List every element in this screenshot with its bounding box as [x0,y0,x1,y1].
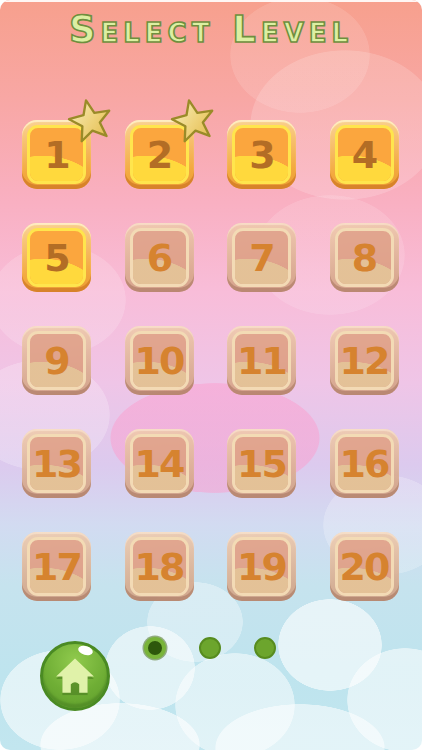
level-number: 14 [125,429,194,498]
level-button-2[interactable]: 2 [125,120,194,189]
level-grid: 1 2 34567891011121314151617181920 [22,120,399,601]
level-button-15[interactable]: 15 [227,429,296,498]
level-number: 12 [330,326,399,395]
level-button-4[interactable]: 4 [330,120,399,189]
page-dot-2[interactable] [199,637,221,659]
level-button-5[interactable]: 5 [22,223,91,292]
level-number: 20 [330,532,399,601]
level-button-7[interactable]: 7 [227,223,296,292]
page-dot-1-active[interactable] [144,637,166,659]
level-button-16[interactable]: 16 [330,429,399,498]
level-button-14[interactable]: 14 [125,429,194,498]
level-button-13[interactable]: 13 [22,429,91,498]
level-number: 5 [22,223,91,292]
level-number: 18 [125,532,194,601]
page-title: Select Level [0,8,422,51]
level-number: 10 [125,326,194,395]
screen-top-edge [0,0,422,2]
level-number: 3 [227,120,296,189]
page-dots [144,637,276,659]
level-number: 9 [22,326,91,395]
level-button-17[interactable]: 17 [22,532,91,601]
level-button-9[interactable]: 9 [22,326,91,395]
level-button-18[interactable]: 18 [125,532,194,601]
level-button-8[interactable]: 8 [330,223,399,292]
level-button-1[interactable]: 1 [22,120,91,189]
level-button-20[interactable]: 20 [330,532,399,601]
level-button-11[interactable]: 11 [227,326,296,395]
level-number: 16 [330,429,399,498]
level-button-3[interactable]: 3 [227,120,296,189]
level-number: 13 [22,429,91,498]
star-icon [165,94,221,150]
level-button-12[interactable]: 12 [330,326,399,395]
level-button-6[interactable]: 6 [125,223,194,292]
page-dot-3[interactable] [254,637,276,659]
level-number: 6 [125,223,194,292]
level-number: 8 [330,223,399,292]
home-icon [54,655,96,695]
star-icon [63,94,119,150]
home-button[interactable] [40,641,110,711]
level-button-10[interactable]: 10 [125,326,194,395]
level-number: 17 [22,532,91,601]
level-number: 4 [330,120,399,189]
level-select-screen: Select Level 1 2 34567891011121314151617… [0,0,422,750]
level-number: 7 [227,223,296,292]
level-number: 19 [227,532,296,601]
level-number: 15 [227,429,296,498]
level-button-19[interactable]: 19 [227,532,296,601]
level-number: 11 [227,326,296,395]
